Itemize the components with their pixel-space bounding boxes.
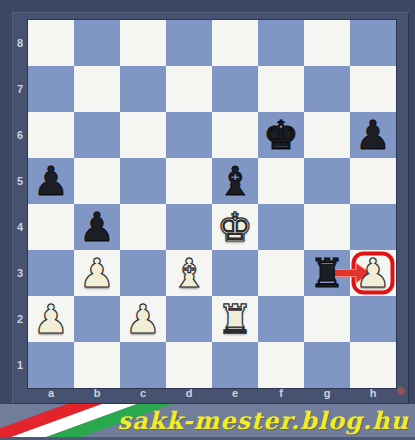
piece-black-bishop: ♝ bbox=[217, 158, 253, 204]
square-g7 bbox=[304, 66, 350, 112]
rank-label-5: 5 bbox=[12, 158, 28, 204]
square-f8 bbox=[258, 20, 304, 66]
square-c6 bbox=[120, 112, 166, 158]
square-e2: ♜ bbox=[212, 296, 258, 342]
square-e1 bbox=[212, 342, 258, 388]
square-h2 bbox=[350, 296, 396, 342]
square-b6 bbox=[74, 112, 120, 158]
piece-black-king: ♚ bbox=[263, 112, 299, 158]
rank-label-3: 3 bbox=[12, 250, 28, 296]
square-g2 bbox=[304, 296, 350, 342]
footer-banner: sakk-mester.blog.hu bbox=[0, 404, 415, 440]
piece-white-bishop: ♝ bbox=[171, 250, 207, 296]
square-d5 bbox=[166, 158, 212, 204]
rank-label-8: 8 bbox=[12, 20, 28, 66]
piece-black-rook: ♜ bbox=[309, 250, 345, 296]
square-a7 bbox=[28, 66, 74, 112]
square-g6 bbox=[304, 112, 350, 158]
square-b1 bbox=[74, 342, 120, 388]
square-b3: ♟ bbox=[74, 250, 120, 296]
square-c2: ♟ bbox=[120, 296, 166, 342]
square-g8 bbox=[304, 20, 350, 66]
square-b5 bbox=[74, 158, 120, 204]
square-h3: ♟ bbox=[350, 250, 396, 296]
square-c3 bbox=[120, 250, 166, 296]
square-d2 bbox=[166, 296, 212, 342]
square-e7 bbox=[212, 66, 258, 112]
square-d1 bbox=[166, 342, 212, 388]
square-f1 bbox=[258, 342, 304, 388]
chess-board: ♚♟♟♝♟♚♟♝♜♟♟♟♜ bbox=[28, 20, 396, 388]
chess-board-frame: ♚♟♟♝♟♚♟♝♜♟♟♟♜ 87654321 abcdefgh bbox=[12, 12, 409, 404]
square-b2 bbox=[74, 296, 120, 342]
square-a4 bbox=[28, 204, 74, 250]
rank-label-4: 4 bbox=[12, 204, 28, 250]
square-h6: ♟ bbox=[350, 112, 396, 158]
square-a8 bbox=[28, 20, 74, 66]
piece-white-pawn: ♟ bbox=[79, 250, 115, 296]
square-f6: ♚ bbox=[258, 112, 304, 158]
square-f2 bbox=[258, 296, 304, 342]
square-c5 bbox=[120, 158, 166, 204]
file-label-f: f bbox=[258, 386, 304, 400]
piece-white-pawn: ♟ bbox=[33, 296, 69, 342]
square-c4 bbox=[120, 204, 166, 250]
file-label-a: a bbox=[28, 386, 74, 400]
rank-label-7: 7 bbox=[12, 66, 28, 112]
file-label-b: b bbox=[74, 386, 120, 400]
square-d8 bbox=[166, 20, 212, 66]
piece-white-pawn: ♟ bbox=[355, 250, 391, 296]
piece-white-pawn: ♟ bbox=[125, 296, 161, 342]
square-h7 bbox=[350, 66, 396, 112]
square-a3 bbox=[28, 250, 74, 296]
corner-dot bbox=[396, 386, 406, 396]
square-f5 bbox=[258, 158, 304, 204]
file-label-g: g bbox=[304, 386, 350, 400]
square-d7 bbox=[166, 66, 212, 112]
square-b4: ♟ bbox=[74, 204, 120, 250]
square-h4 bbox=[350, 204, 396, 250]
piece-white-king: ♚ bbox=[217, 204, 253, 250]
square-h5 bbox=[350, 158, 396, 204]
square-e8 bbox=[212, 20, 258, 66]
piece-black-pawn: ♟ bbox=[79, 204, 115, 250]
piece-black-pawn: ♟ bbox=[33, 158, 69, 204]
rank-label-1: 1 bbox=[12, 342, 28, 388]
square-d3: ♝ bbox=[166, 250, 212, 296]
square-e5: ♝ bbox=[212, 158, 258, 204]
rank-label-2: 2 bbox=[12, 296, 28, 342]
square-h8 bbox=[350, 20, 396, 66]
square-a1 bbox=[28, 342, 74, 388]
square-f7 bbox=[258, 66, 304, 112]
square-c7 bbox=[120, 66, 166, 112]
square-e4: ♚ bbox=[212, 204, 258, 250]
square-e3 bbox=[212, 250, 258, 296]
square-d4 bbox=[166, 204, 212, 250]
square-a6 bbox=[28, 112, 74, 158]
square-b8 bbox=[74, 20, 120, 66]
file-label-d: d bbox=[166, 386, 212, 400]
file-label-h: h bbox=[350, 386, 396, 400]
square-e6 bbox=[212, 112, 258, 158]
square-a2: ♟ bbox=[28, 296, 74, 342]
square-h1 bbox=[350, 342, 396, 388]
square-d6 bbox=[166, 112, 212, 158]
rank-label-6: 6 bbox=[12, 112, 28, 158]
square-c8 bbox=[120, 20, 166, 66]
site-url-text: sakk-mester.blog.hu bbox=[117, 406, 409, 435]
piece-black-pawn: ♟ bbox=[355, 112, 391, 158]
file-label-e: e bbox=[212, 386, 258, 400]
square-g5 bbox=[304, 158, 350, 204]
square-f4 bbox=[258, 204, 304, 250]
square-f3 bbox=[258, 250, 304, 296]
square-g1 bbox=[304, 342, 350, 388]
square-a5: ♟ bbox=[28, 158, 74, 204]
square-g4 bbox=[304, 204, 350, 250]
square-c1 bbox=[120, 342, 166, 388]
square-g3: ♜ bbox=[304, 250, 350, 296]
piece-white-rook: ♜ bbox=[217, 296, 253, 342]
file-label-c: c bbox=[120, 386, 166, 400]
square-b7 bbox=[74, 66, 120, 112]
